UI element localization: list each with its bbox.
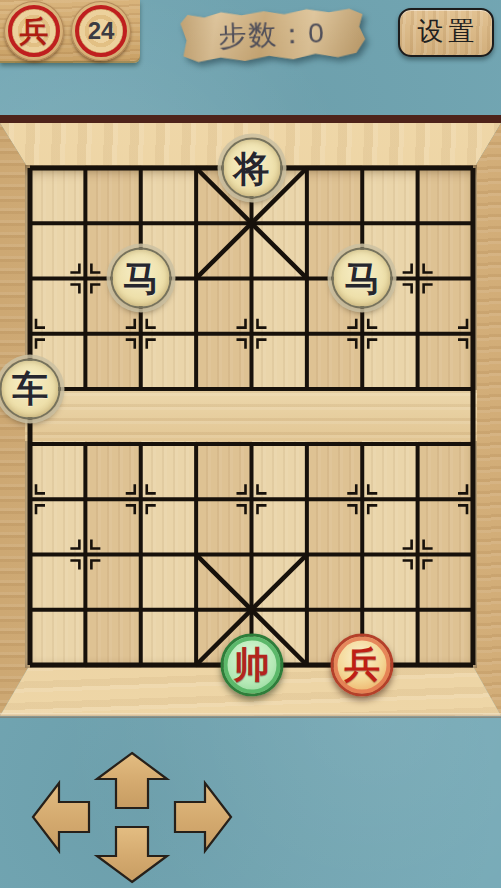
steps-text: 步数：0 xyxy=(218,14,327,56)
steps-banner-paper: 步数：0 xyxy=(178,6,366,64)
level-count-badge: 24 xyxy=(71,1,131,61)
level-count-disc: 24 xyxy=(75,5,127,57)
level-piece-disc: 兵 xyxy=(8,5,60,57)
level-indicator-plaque: 兵 24 xyxy=(0,0,140,63)
piece-glyph: 兵 xyxy=(344,647,380,683)
level-piece-glyph: 兵 xyxy=(20,17,49,46)
piece-glyph: 将 xyxy=(234,150,270,186)
dpad-left-button[interactable] xyxy=(33,783,89,851)
piece-glyph: 帅 xyxy=(234,647,270,683)
piece-red-soldier[interactable]: 兵 xyxy=(331,633,394,696)
dpad-right-button[interactable] xyxy=(175,783,231,851)
game-screen: 兵 24 步数：0 设置 将 马 马 xyxy=(0,0,501,888)
board-grid xyxy=(0,115,501,718)
piece-glyph: 马 xyxy=(123,260,159,296)
piece-black-horse-right[interactable]: 马 xyxy=(332,248,393,309)
steps-banner: 步数：0 xyxy=(178,6,366,64)
piece-glyph: 车 xyxy=(12,371,48,407)
piece-glyph: 马 xyxy=(344,260,380,296)
piece-black-horse-left[interactable]: 马 xyxy=(110,248,171,309)
dpad-up-button[interactable] xyxy=(97,753,167,808)
piece-green-general[interactable]: 帅 xyxy=(220,633,283,696)
level-piece-badge: 兵 xyxy=(4,1,64,61)
piece-black-general[interactable]: 将 xyxy=(221,138,282,199)
dpad-controls xyxy=(0,740,260,888)
xiangqi-board: 将 马 马 车 帅 兵 xyxy=(0,115,501,718)
dpad-down-button[interactable] xyxy=(97,827,167,882)
piece-black-chariot[interactable]: 车 xyxy=(0,358,61,419)
settings-button[interactable]: 设置 xyxy=(398,8,494,57)
level-count-text: 24 xyxy=(88,19,115,43)
